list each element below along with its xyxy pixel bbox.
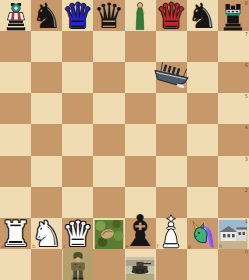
square-e4[interactable] (125, 124, 156, 155)
square-h8[interactable]: 8 (218, 0, 249, 31)
white-knight-piece[interactable]: ♞ (31, 217, 62, 252)
square-a7[interactable] (0, 31, 31, 62)
square-a4[interactable] (0, 124, 31, 155)
unicorn-icon (188, 220, 217, 249)
square-h1[interactable]: 1h (218, 218, 249, 249)
square-g0[interactable] (187, 249, 218, 280)
striped-rook-piece[interactable] (4, 3, 28, 31)
file-label-h: h (219, 243, 222, 249)
square-e8[interactable] (125, 0, 156, 31)
square-b5[interactable] (31, 93, 62, 124)
square-c8[interactable]: ♛ (62, 0, 93, 31)
square-g1[interactable]: g (187, 218, 218, 249)
black-knight-piece[interactable]: ♞ (31, 0, 62, 34)
square-g3[interactable] (187, 156, 218, 187)
rank-label-7: 7 (245, 31, 248, 37)
tank-photo-piece[interactable] (126, 257, 155, 280)
rank-label-0: 0 (245, 249, 248, 255)
blue-queen-piece[interactable]: ♛ (62, 0, 93, 34)
square-f4[interactable] (156, 124, 187, 155)
woman-figure-piece[interactable] (133, 1, 148, 31)
square-a6[interactable] (0, 62, 31, 93)
square-e3[interactable] (125, 156, 156, 187)
house-photo-piece[interactable] (219, 220, 248, 249)
square-g8[interactable]: ♞ (187, 0, 218, 31)
square-b1[interactable]: b♞ (31, 218, 62, 249)
square-f8[interactable]: ♛ (156, 0, 187, 31)
photo-green-icon (94, 220, 123, 249)
star-pawn-icon (160, 214, 183, 249)
red-queen-piece[interactable]: ♛ (155, 0, 186, 34)
file-label-f: f (157, 243, 159, 249)
striped-rook-icon (4, 3, 28, 31)
square-e5[interactable] (125, 93, 156, 124)
black-knight-piece[interactable]: ♞ (187, 0, 218, 34)
file-label-a: a (1, 243, 4, 249)
square-a8[interactable] (0, 0, 31, 31)
square-c5[interactable] (62, 93, 93, 124)
square-c4[interactable] (62, 124, 93, 155)
square-g5[interactable] (187, 93, 218, 124)
square-g6[interactable] (187, 62, 218, 93)
file-label-g: g (188, 243, 191, 249)
square-d4[interactable] (93, 124, 124, 155)
square-g2[interactable] (187, 187, 218, 218)
ship-icon (151, 62, 191, 89)
square-h4[interactable]: 4 (218, 124, 249, 155)
square-h7[interactable]: 7 (218, 31, 249, 62)
square-f3[interactable] (156, 156, 187, 187)
file-label-b: b (32, 243, 35, 249)
file-label-d: d (94, 243, 97, 249)
chess-app: ♞♛♛♛♞8765432a♜b♞c♛de♝fg1h0 (0, 0, 249, 280)
rank-label-1: 1 (245, 218, 248, 224)
file-label-c: c (63, 243, 66, 249)
labeled-black-rook-piece[interactable] (221, 3, 245, 31)
sinking-ship-piece[interactable] (151, 62, 191, 89)
square-a3[interactable] (0, 156, 31, 187)
rank-label-5: 5 (245, 93, 248, 99)
white-rook-piece[interactable]: ♜ (0, 217, 31, 252)
woman-icon (133, 1, 148, 31)
square-f5[interactable] (156, 93, 187, 124)
square-h2[interactable]: 2 (218, 187, 249, 218)
square-b6[interactable] (31, 62, 62, 93)
square-b3[interactable] (31, 156, 62, 187)
rank-label-4: 4 (245, 124, 248, 130)
square-d3[interactable] (93, 156, 124, 187)
soldier-piece[interactable] (62, 249, 93, 280)
square-h5[interactable]: 5 (218, 93, 249, 124)
square-e1[interactable]: e♝ (125, 218, 156, 249)
photo-house-icon (219, 220, 248, 249)
white-queen-piece[interactable]: ♛ (62, 217, 93, 252)
rank-label-6: 6 (245, 62, 248, 68)
square-h0[interactable]: 0 (218, 249, 249, 280)
square-h3[interactable]: 3 (218, 156, 249, 187)
green-photo-piece[interactable] (94, 220, 123, 249)
labeled-rook-icon (221, 3, 245, 31)
square-d8[interactable]: ♛ (93, 0, 124, 31)
square-c6[interactable] (62, 62, 93, 93)
rank-label-8: 8 (245, 0, 248, 6)
rank-label-3: 3 (245, 156, 248, 162)
square-b8[interactable]: ♞ (31, 0, 62, 31)
square-d5[interactable] (93, 93, 124, 124)
black-queen-piece[interactable]: ♛ (93, 0, 124, 34)
square-f6[interactable] (156, 62, 187, 93)
square-h6[interactable]: 6 (218, 62, 249, 93)
square-g4[interactable] (187, 124, 218, 155)
chess-board: ♞♛♛♛♞8765432a♜b♞c♛de♝fg1h0 (0, 0, 249, 280)
square-d6[interactable] (93, 62, 124, 93)
rank-label-2: 2 (245, 187, 248, 193)
square-a5[interactable] (0, 93, 31, 124)
unicorn-piece[interactable] (188, 220, 217, 249)
square-f0[interactable] (156, 249, 187, 280)
square-f1[interactable]: f (156, 218, 187, 249)
square-b4[interactable] (31, 124, 62, 155)
white-star-pawn-piece[interactable] (160, 214, 183, 249)
square-c0[interactable] (62, 249, 93, 280)
square-c1[interactable]: c♛ (62, 218, 93, 249)
soldier-icon (62, 249, 93, 280)
square-a1[interactable]: a♜ (0, 218, 31, 249)
square-e7[interactable] (125, 31, 156, 62)
file-label-e: e (126, 243, 129, 249)
photo-tank-icon (126, 257, 155, 280)
square-c3[interactable] (62, 156, 93, 187)
